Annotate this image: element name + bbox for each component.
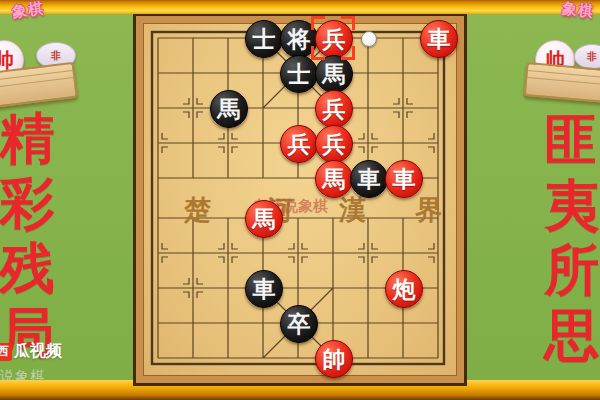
top-gold-bar (0, 0, 600, 14)
right-caption: 匪 夷 所 思 (543, 111, 600, 363)
piece-red-horse[interactable]: 馬 (245, 200, 283, 238)
right-caption-char: 思 (543, 306, 600, 363)
piece-black-soldier[interactable]: 卒 (280, 305, 318, 343)
video-logo-icon: 西 (0, 343, 12, 361)
xiangqi-board[interactable]: 楚 河 漢 界 老武说象棋 士将兵車士馬馬兵兵兵馬車車馬車炮卒帥 (133, 13, 467, 386)
left-caption: 精 彩 残 局 (0, 109, 56, 361)
piece-red-chariot[interactable]: 車 (420, 20, 458, 58)
piece-red-pawn[interactable]: 兵 (280, 125, 318, 163)
video-frame: 帅 非 精 彩 残 局 西 瓜视频 说象棋 帅 非 匪 夷 所 思 象棋 象棋 (0, 0, 600, 400)
piece-black-horse[interactable]: 馬 (210, 90, 248, 128)
piece-red-pawn[interactable]: 兵 (315, 125, 353, 163)
left-panel: 帅 非 精 彩 残 局 西 瓜视频 说象棋 (0, 13, 133, 380)
video-watermark: 西 瓜视频 (0, 341, 62, 362)
decor-wooden-tray-left (0, 62, 78, 108)
right-caption-char: 所 (543, 241, 600, 298)
decor-wooden-tray-right (524, 62, 600, 104)
right-panel: 帅 非 匪 夷 所 思 (467, 13, 600, 380)
piece-black-horse[interactable]: 馬 (315, 55, 353, 93)
piece-black-advisor[interactable]: 士 (245, 20, 283, 58)
piece-red-horse[interactable]: 馬 (315, 160, 353, 198)
left-caption-char: 彩 (0, 174, 56, 231)
pieces-layer: 士将兵車士馬馬兵兵兵馬車車馬車炮卒帥 (133, 13, 467, 386)
piece-red-pawn[interactable]: 兵 (315, 90, 353, 128)
piece-black-chariot[interactable]: 車 (245, 270, 283, 308)
corner-logo-right: 象棋 (561, 0, 595, 22)
selected-piece-marker (311, 16, 355, 60)
piece-black-advisor[interactable]: 士 (280, 55, 318, 93)
left-caption-char: 精 (0, 109, 56, 166)
right-caption-char: 夷 (543, 176, 600, 233)
piece-red-cannon[interactable]: 炮 (385, 270, 423, 308)
piece-red-chariot[interactable]: 車 (385, 160, 423, 198)
piece-black-chariot[interactable]: 車 (350, 160, 388, 198)
video-watermark-text: 瓜视频 (14, 341, 62, 362)
channel-watermark: 说象棋 (0, 368, 45, 380)
right-caption-char: 匪 (543, 111, 600, 168)
left-caption-char: 残 (0, 239, 56, 296)
decor-lying-piece-right: 非 (574, 44, 600, 69)
piece-red-general[interactable]: 帥 (315, 340, 353, 378)
